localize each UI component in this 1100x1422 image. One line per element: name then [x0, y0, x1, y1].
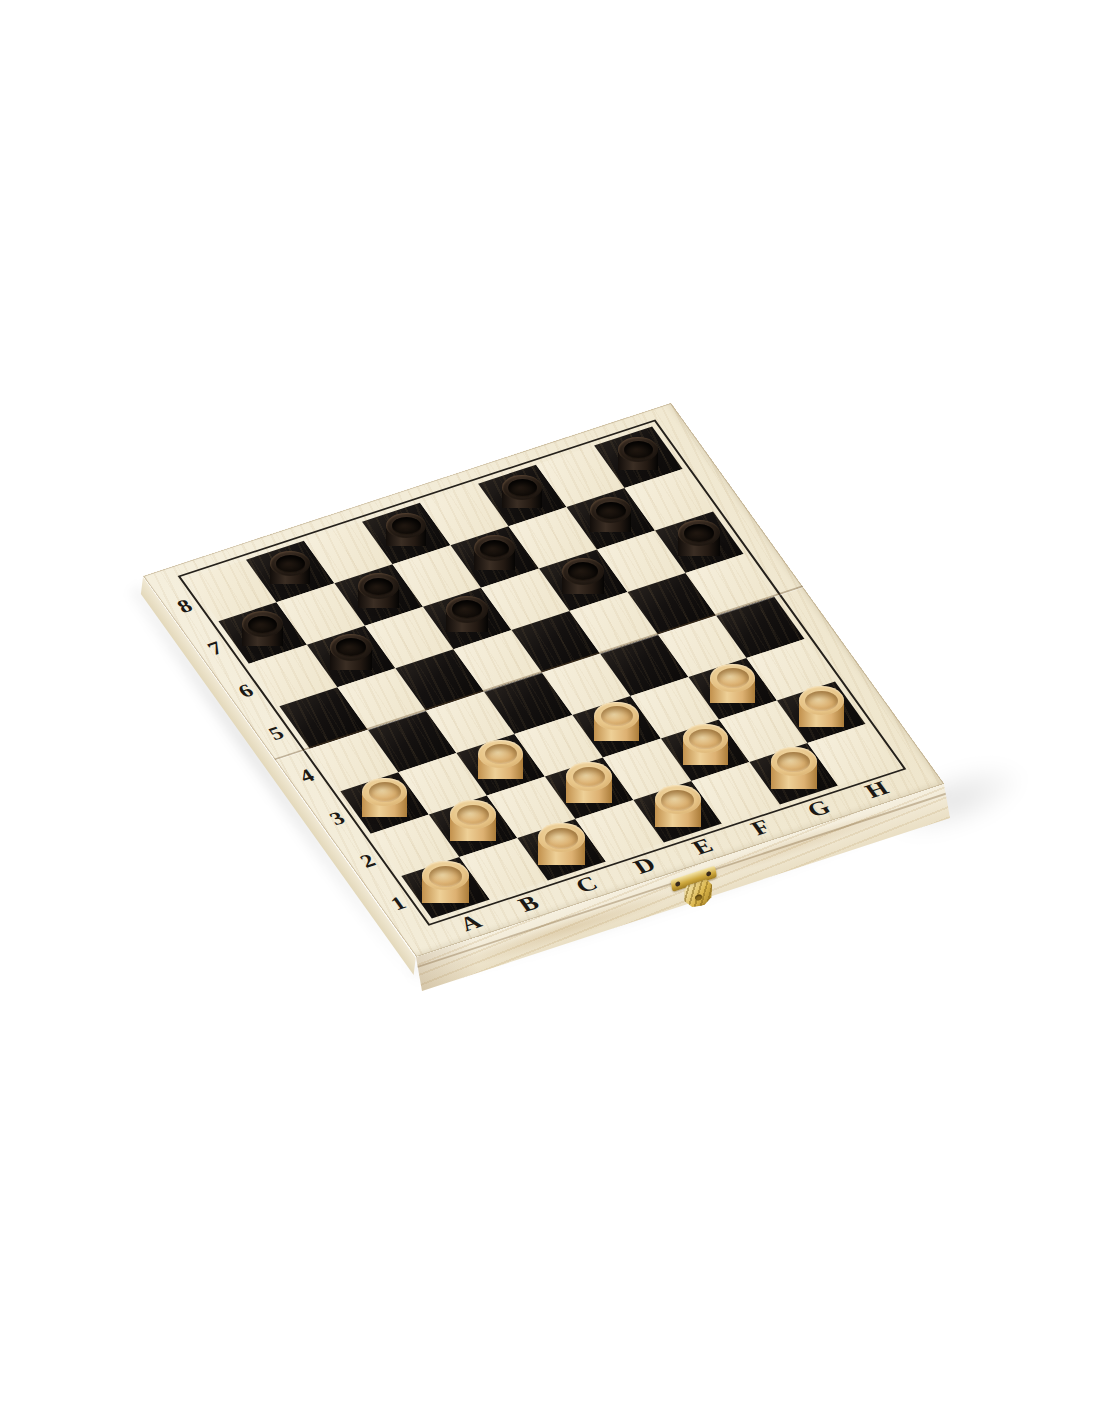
light-checker-c1[interactable]	[538, 823, 584, 871]
file-label-H: H	[861, 777, 893, 801]
light-checker-a3[interactable]	[362, 778, 407, 823]
file-label-D: D	[629, 854, 659, 877]
dark-checker-d6[interactable]	[446, 596, 488, 638]
dark-checker-g7[interactable]	[590, 497, 631, 538]
light-checker-e1[interactable]	[655, 785, 701, 833]
dark-checker-b6[interactable]	[330, 634, 372, 676]
dark-checker-d8[interactable]	[386, 513, 426, 553]
file-label-G: G	[803, 796, 835, 820]
dark-checker-b8[interactable]	[270, 551, 310, 591]
rank-label-5: 5	[265, 723, 288, 743]
product-photo-scene: 87654321 ABCDEFGH	[0, 0, 1100, 1422]
light-checker-a1[interactable]	[422, 861, 468, 909]
dark-checker-c7[interactable]	[358, 573, 399, 614]
file-label-F: F	[747, 816, 774, 839]
light-checker-g3[interactable]	[710, 664, 755, 709]
rank-label-8: 8	[173, 596, 196, 616]
rank-label-2: 2	[356, 851, 379, 871]
dark-checker-h6[interactable]	[678, 520, 720, 562]
file-label-C: C	[571, 873, 601, 896]
dark-checker-e7[interactable]	[474, 535, 515, 576]
light-checker-d2[interactable]	[566, 762, 611, 809]
rank-label-1: 1	[387, 893, 410, 913]
file-label-B: B	[514, 892, 543, 915]
light-checker-e3[interactable]	[594, 702, 639, 747]
file-label-E: E	[688, 835, 717, 858]
rank-label-7: 7	[204, 639, 227, 659]
light-checker-h2[interactable]	[799, 686, 844, 733]
dark-checker-f8[interactable]	[502, 475, 542, 515]
dark-checker-f6[interactable]	[562, 558, 604, 600]
file-label-A: A	[455, 911, 485, 934]
light-checker-g1[interactable]	[771, 747, 817, 795]
light-checker-f2[interactable]	[683, 724, 728, 771]
dark-checker-h8[interactable]	[618, 437, 658, 477]
dark-checker-a7[interactable]	[242, 611, 283, 652]
rank-label-4: 4	[295, 766, 318, 786]
light-checker-c3[interactable]	[478, 740, 523, 785]
light-checker-b2[interactable]	[450, 800, 495, 847]
rank-label-6: 6	[234, 681, 257, 701]
rank-label-3: 3	[326, 808, 349, 828]
board-top-surface: 87654321 ABCDEFGH	[143, 403, 944, 957]
